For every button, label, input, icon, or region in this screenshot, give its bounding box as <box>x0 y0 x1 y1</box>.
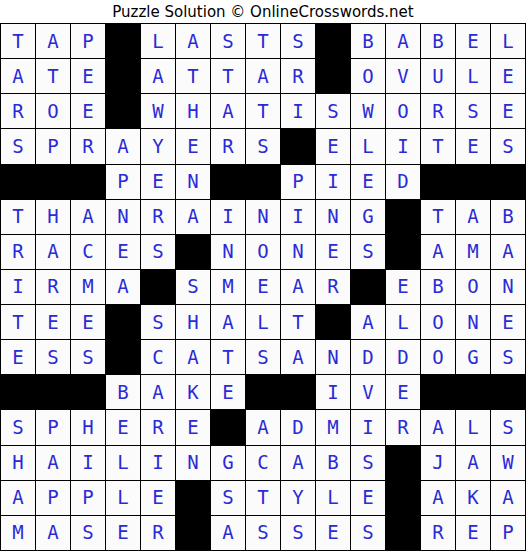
letter-cell: E <box>71 94 106 129</box>
letter-cell: H <box>1 446 36 481</box>
black-cell <box>281 375 316 410</box>
black-cell <box>176 481 211 516</box>
letter-cell: R <box>386 410 421 445</box>
letter-cell: E <box>1 340 36 375</box>
black-cell <box>211 165 246 200</box>
letter-cell: M <box>211 270 246 305</box>
black-cell <box>106 305 141 340</box>
black-cell <box>491 375 526 410</box>
letter-cell: A <box>141 59 176 94</box>
letter-cell: N <box>246 200 281 235</box>
letter-cell: L <box>106 446 141 481</box>
letter-cell: S <box>281 24 316 59</box>
letter-cell: A <box>36 235 71 270</box>
letter-cell: A <box>281 340 316 375</box>
letter-cell: E <box>36 305 71 340</box>
letter-cell: S <box>351 235 386 270</box>
letter-cell: V <box>351 375 386 410</box>
letter-cell: N <box>176 165 211 200</box>
letter-cell: T <box>211 340 246 375</box>
letter-cell: Y <box>141 129 176 164</box>
crossword-grid: TAPLASTSBABELATEATTAROVULEROEWHATISWORSE… <box>0 23 526 551</box>
letter-cell: N <box>316 200 351 235</box>
letter-cell: B <box>316 446 351 481</box>
black-cell <box>316 59 351 94</box>
black-cell <box>386 516 421 551</box>
letter-cell: G <box>456 340 491 375</box>
letter-cell: H <box>176 94 211 129</box>
letter-cell: A <box>176 24 211 59</box>
letter-cell: A <box>491 481 526 516</box>
letter-cell: S <box>281 516 316 551</box>
letter-cell: K <box>176 375 211 410</box>
letter-cell: T <box>421 129 456 164</box>
black-cell <box>386 481 421 516</box>
letter-cell: I <box>386 129 421 164</box>
letter-cell: A <box>176 340 211 375</box>
letter-cell: E <box>491 305 526 340</box>
letter-cell: O <box>386 94 421 129</box>
letter-cell: N <box>176 446 211 481</box>
letter-cell: A <box>421 235 456 270</box>
letter-cell: L <box>106 481 141 516</box>
letter-cell: E <box>141 481 176 516</box>
letter-cell: T <box>281 305 316 340</box>
letter-cell: T <box>176 59 211 94</box>
letter-cell: G <box>211 446 246 481</box>
letter-cell: S <box>246 516 281 551</box>
black-cell <box>386 446 421 481</box>
letter-cell: B <box>106 375 141 410</box>
black-cell <box>351 270 386 305</box>
letter-cell: P <box>36 410 71 445</box>
letter-cell: D <box>281 410 316 445</box>
letter-cell: N <box>491 270 526 305</box>
letter-cell: I <box>281 200 316 235</box>
letter-cell: R <box>141 200 176 235</box>
letter-cell: A <box>176 200 211 235</box>
letter-cell: L <box>351 129 386 164</box>
black-cell <box>141 270 176 305</box>
black-cell <box>36 375 71 410</box>
black-cell <box>71 165 106 200</box>
black-cell <box>106 59 141 94</box>
letter-cell: U <box>421 59 456 94</box>
letter-cell: E <box>71 305 106 340</box>
letter-cell: J <box>421 446 456 481</box>
letter-cell: S <box>211 24 246 59</box>
letter-cell: I <box>351 410 386 445</box>
letter-cell: P <box>281 165 316 200</box>
letter-cell: H <box>176 305 211 340</box>
letter-cell: R <box>141 516 176 551</box>
letter-cell: A <box>106 270 141 305</box>
letter-cell: E <box>106 516 141 551</box>
black-cell <box>246 375 281 410</box>
letter-cell: T <box>211 59 246 94</box>
letter-cell: D <box>386 165 421 200</box>
letter-cell: A <box>281 270 316 305</box>
letter-cell: I <box>71 446 106 481</box>
black-cell <box>1 375 36 410</box>
black-cell <box>386 235 421 270</box>
letter-cell: S <box>211 481 246 516</box>
letter-cell: S <box>456 94 491 129</box>
letter-cell: E <box>176 410 211 445</box>
letter-cell: O <box>351 59 386 94</box>
letter-cell: R <box>71 129 106 164</box>
letter-cell: L <box>246 305 281 340</box>
letter-cell: T <box>246 481 281 516</box>
letter-cell: R <box>36 270 71 305</box>
letter-cell: S <box>351 516 386 551</box>
letter-cell: N <box>281 235 316 270</box>
letter-cell: R <box>141 410 176 445</box>
letter-cell: A <box>36 516 71 551</box>
letter-cell: W <box>491 446 526 481</box>
letter-cell: E <box>351 481 386 516</box>
letter-cell: C <box>71 235 106 270</box>
letter-cell: S <box>491 340 526 375</box>
letter-cell: S <box>246 340 281 375</box>
letter-cell: L <box>386 305 421 340</box>
letter-cell: A <box>71 200 106 235</box>
letter-cell: T <box>1 200 36 235</box>
letter-cell: B <box>421 24 456 59</box>
letter-cell: C <box>246 446 281 481</box>
letter-cell: E <box>211 375 246 410</box>
letter-cell: P <box>106 165 141 200</box>
letter-cell: W <box>141 94 176 129</box>
letter-cell: P <box>491 516 526 551</box>
letter-cell: S <box>176 270 211 305</box>
letter-cell: L <box>456 410 491 445</box>
letter-cell: S <box>1 129 36 164</box>
letter-cell: S <box>36 340 71 375</box>
letter-cell: A <box>351 305 386 340</box>
letter-cell: A <box>36 446 71 481</box>
black-cell <box>316 24 351 59</box>
letter-cell: A <box>246 59 281 94</box>
letter-cell: R <box>211 129 246 164</box>
letter-cell: A <box>456 446 491 481</box>
letter-cell: A <box>421 410 456 445</box>
letter-cell: A <box>421 481 456 516</box>
letter-cell: T <box>421 200 456 235</box>
letter-cell: H <box>36 200 71 235</box>
letter-cell: R <box>316 270 351 305</box>
letter-cell: S <box>71 340 106 375</box>
letter-cell: E <box>316 516 351 551</box>
letter-cell: R <box>421 94 456 129</box>
letter-cell: T <box>246 94 281 129</box>
letter-cell: A <box>141 375 176 410</box>
letter-cell: E <box>246 270 281 305</box>
letter-cell: E <box>386 270 421 305</box>
letter-cell: M <box>456 235 491 270</box>
black-cell <box>386 200 421 235</box>
letter-cell: I <box>316 375 351 410</box>
letter-cell: L <box>141 24 176 59</box>
letter-cell: S <box>1 410 36 445</box>
letter-cell: L <box>316 481 351 516</box>
letter-cell: O <box>246 235 281 270</box>
letter-cell: A <box>1 59 36 94</box>
letter-cell: A <box>281 446 316 481</box>
letter-cell: T <box>1 305 36 340</box>
letter-cell: E <box>106 410 141 445</box>
letter-cell: N <box>211 235 246 270</box>
black-cell <box>176 235 211 270</box>
letter-cell: E <box>491 59 526 94</box>
letter-cell: A <box>386 24 421 59</box>
letter-cell: E <box>106 235 141 270</box>
letter-cell: T <box>1 24 36 59</box>
letter-cell: I <box>281 94 316 129</box>
black-cell <box>281 129 316 164</box>
black-cell <box>491 165 526 200</box>
black-cell <box>316 305 351 340</box>
letter-cell: P <box>71 481 106 516</box>
letter-cell: R <box>1 235 36 270</box>
black-cell <box>71 375 106 410</box>
letter-cell: P <box>36 129 71 164</box>
letter-cell: S <box>246 129 281 164</box>
letter-cell: A <box>246 410 281 445</box>
letter-cell: B <box>491 200 526 235</box>
black-cell <box>176 516 211 551</box>
crossword-solution-page: Puzzle Solution © OnlineCrosswords.net T… <box>0 0 526 551</box>
letter-cell: O <box>421 305 456 340</box>
letter-cell: E <box>141 165 176 200</box>
black-cell <box>106 24 141 59</box>
letter-cell: R <box>1 94 36 129</box>
letter-cell: R <box>421 516 456 551</box>
letter-cell: A <box>1 481 36 516</box>
letter-cell: A <box>36 24 71 59</box>
black-cell <box>456 375 491 410</box>
letter-cell: M <box>316 410 351 445</box>
black-cell <box>456 165 491 200</box>
letter-cell: S <box>141 305 176 340</box>
letter-cell: P <box>36 481 71 516</box>
letter-cell: R <box>281 59 316 94</box>
letter-cell: G <box>351 200 386 235</box>
letter-cell: E <box>71 59 106 94</box>
letter-cell: A <box>211 305 246 340</box>
letter-cell: H <box>71 410 106 445</box>
page-title: Puzzle Solution © OnlineCrosswords.net <box>0 0 526 23</box>
letter-cell: D <box>386 340 421 375</box>
letter-cell: C <box>141 340 176 375</box>
black-cell <box>421 165 456 200</box>
letter-cell: T <box>246 24 281 59</box>
letter-cell: S <box>316 94 351 129</box>
black-cell <box>211 410 246 445</box>
letter-cell: A <box>106 129 141 164</box>
letter-cell: E <box>316 129 351 164</box>
letter-cell: N <box>456 305 491 340</box>
letter-cell: A <box>456 200 491 235</box>
letter-cell: T <box>36 59 71 94</box>
letter-cell: K <box>456 481 491 516</box>
letter-cell: L <box>491 24 526 59</box>
letter-cell: I <box>1 270 36 305</box>
black-cell <box>246 165 281 200</box>
letter-cell: Y <box>281 481 316 516</box>
letter-cell: D <box>351 340 386 375</box>
letter-cell: S <box>141 235 176 270</box>
black-cell <box>421 375 456 410</box>
letter-cell: S <box>351 446 386 481</box>
letter-cell: S <box>491 410 526 445</box>
letter-cell: A <box>211 94 246 129</box>
letter-cell: I <box>316 165 351 200</box>
letter-cell: O <box>36 94 71 129</box>
letter-cell: N <box>106 200 141 235</box>
letter-cell: S <box>491 129 526 164</box>
letter-cell: E <box>456 129 491 164</box>
letter-cell: I <box>211 200 246 235</box>
letter-cell: E <box>386 375 421 410</box>
black-cell <box>1 165 36 200</box>
letter-cell: E <box>176 129 211 164</box>
letter-cell: B <box>421 270 456 305</box>
letter-cell: E <box>456 24 491 59</box>
letter-cell: E <box>351 165 386 200</box>
letter-cell: L <box>456 59 491 94</box>
letter-cell: W <box>351 94 386 129</box>
black-cell <box>36 165 71 200</box>
letter-cell: N <box>316 340 351 375</box>
black-cell <box>106 94 141 129</box>
letter-cell: O <box>456 270 491 305</box>
letter-cell: O <box>421 340 456 375</box>
letter-cell: E <box>456 516 491 551</box>
letter-cell: V <box>386 59 421 94</box>
letter-cell: M <box>71 270 106 305</box>
letter-cell: P <box>71 24 106 59</box>
letter-cell: E <box>316 235 351 270</box>
letter-cell: B <box>351 24 386 59</box>
black-cell <box>106 340 141 375</box>
letter-cell: S <box>71 516 106 551</box>
letter-cell: M <box>1 516 36 551</box>
letter-cell: A <box>491 235 526 270</box>
letter-cell: A <box>211 516 246 551</box>
letter-cell: I <box>141 446 176 481</box>
letter-cell: E <box>491 94 526 129</box>
